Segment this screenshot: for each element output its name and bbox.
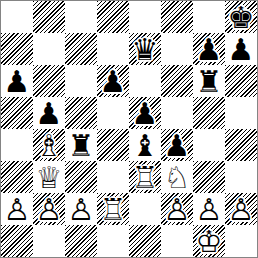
square-g6[interactable]: ♜♜ [193, 65, 225, 97]
square-d5[interactable] [97, 97, 129, 129]
square-d1[interactable] [97, 225, 129, 257]
black-pawn-halo: ♟ [97, 65, 129, 97]
square-b8[interactable] [33, 1, 65, 33]
square-b4[interactable]: ♝♗ [33, 129, 65, 161]
square-e3[interactable]: ♜♖ [129, 161, 161, 193]
square-d3[interactable] [97, 161, 129, 193]
white-knight-icon: ♘ [161, 161, 193, 193]
white-rook-icon: ♖ [129, 161, 161, 193]
black-pawn-icon: ♟ [97, 65, 129, 97]
square-f7[interactable] [161, 33, 193, 65]
white-pawn-icon: ♙ [193, 193, 225, 225]
black-rook-icon: ♜ [193, 65, 225, 97]
square-c5[interactable] [65, 97, 97, 129]
black-rook-halo: ♜ [193, 65, 225, 97]
square-g4[interactable] [193, 129, 225, 161]
square-a3[interactable] [1, 161, 33, 193]
black-king-icon: ♚ [225, 1, 257, 33]
square-h1[interactable] [225, 225, 257, 257]
square-b2[interactable]: ♟♙ [33, 193, 65, 225]
square-c4[interactable]: ♜♜ [65, 129, 97, 161]
square-d7[interactable] [97, 33, 129, 65]
black-pawn-halo: ♟ [193, 33, 225, 65]
square-a2[interactable]: ♟♙ [1, 193, 33, 225]
square-c3[interactable] [65, 161, 97, 193]
square-h8[interactable]: ♚♚ [225, 1, 257, 33]
square-f1[interactable] [161, 225, 193, 257]
square-g1[interactable]: ♚♔ [193, 225, 225, 257]
chess-board-frame: ♚♚♛♛♟♟♟♟♟♟♟♟♜♜♟♟♟♟♝♗♜♜♝♝♟♟♛♕♜♖♞♘♟♙♟♙♟♙♜♖… [0, 0, 258, 258]
white-rook-halo: ♜ [97, 193, 129, 225]
white-rook-icon: ♖ [97, 193, 129, 225]
square-d8[interactable] [97, 1, 129, 33]
black-pawn-icon: ♟ [129, 97, 161, 129]
black-pawn-icon: ♟ [193, 33, 225, 65]
square-h7[interactable]: ♟♟ [225, 33, 257, 65]
square-c7[interactable] [65, 33, 97, 65]
white-pawn-icon: ♙ [1, 193, 33, 225]
white-bishop-halo: ♝ [33, 129, 65, 161]
square-c6[interactable] [65, 65, 97, 97]
black-pawn-icon: ♟ [33, 97, 65, 129]
white-pawn-halo: ♟ [65, 193, 97, 225]
square-e4[interactable]: ♝♝ [129, 129, 161, 161]
black-pawn-halo: ♟ [225, 33, 257, 65]
black-pawn-icon: ♟ [225, 33, 257, 65]
square-a5[interactable] [1, 97, 33, 129]
square-f5[interactable] [161, 97, 193, 129]
white-pawn-halo: ♟ [193, 193, 225, 225]
square-d6[interactable]: ♟♟ [97, 65, 129, 97]
black-rook-icon: ♜ [65, 129, 97, 161]
white-king-icon: ♔ [193, 225, 225, 257]
square-a1[interactable] [1, 225, 33, 257]
square-f2[interactable]: ♟♙ [161, 193, 193, 225]
square-d4[interactable] [97, 129, 129, 161]
square-e8[interactable] [129, 1, 161, 33]
square-h4[interactable] [225, 129, 257, 161]
black-king-halo: ♚ [225, 1, 257, 33]
square-c1[interactable] [65, 225, 97, 257]
white-pawn-halo: ♟ [33, 193, 65, 225]
square-e6[interactable] [129, 65, 161, 97]
black-bishop-icon: ♝ [129, 129, 161, 161]
black-rook-halo: ♜ [65, 129, 97, 161]
black-queen-icon: ♛ [129, 33, 161, 65]
square-b1[interactable] [33, 225, 65, 257]
white-pawn-icon: ♙ [65, 193, 97, 225]
square-e2[interactable] [129, 193, 161, 225]
black-pawn-icon: ♟ [161, 129, 193, 161]
white-pawn-halo: ♟ [1, 193, 33, 225]
white-knight-halo: ♞ [161, 161, 193, 193]
chess-board: ♚♚♛♛♟♟♟♟♟♟♟♟♜♜♟♟♟♟♝♗♜♜♝♝♟♟♛♕♜♖♞♘♟♙♟♙♟♙♜♖… [1, 1, 257, 257]
white-pawn-halo: ♟ [225, 193, 257, 225]
square-b3[interactable]: ♛♕ [33, 161, 65, 193]
black-bishop-halo: ♝ [129, 129, 161, 161]
square-h2[interactable]: ♟♙ [225, 193, 257, 225]
square-e7[interactable]: ♛♛ [129, 33, 161, 65]
white-queen-halo: ♛ [33, 161, 65, 193]
black-pawn-halo: ♟ [33, 97, 65, 129]
square-g8[interactable] [193, 1, 225, 33]
white-queen-icon: ♕ [33, 161, 65, 193]
black-pawn-halo: ♟ [1, 65, 33, 97]
black-queen-halo: ♛ [129, 33, 161, 65]
white-bishop-icon: ♗ [33, 129, 65, 161]
square-g3[interactable] [193, 161, 225, 193]
white-pawn-icon: ♙ [225, 193, 257, 225]
square-h5[interactable] [225, 97, 257, 129]
square-g7[interactable]: ♟♟ [193, 33, 225, 65]
white-rook-halo: ♜ [129, 161, 161, 193]
square-f6[interactable] [161, 65, 193, 97]
white-pawn-icon: ♙ [33, 193, 65, 225]
square-h3[interactable] [225, 161, 257, 193]
square-b6[interactable] [33, 65, 65, 97]
square-e5[interactable]: ♟♟ [129, 97, 161, 129]
square-f4[interactable]: ♟♟ [161, 129, 193, 161]
square-a7[interactable] [1, 33, 33, 65]
square-g5[interactable] [193, 97, 225, 129]
black-pawn-halo: ♟ [129, 97, 161, 129]
square-g2[interactable]: ♟♙ [193, 193, 225, 225]
square-b5[interactable]: ♟♟ [33, 97, 65, 129]
square-f3[interactable]: ♞♘ [161, 161, 193, 193]
square-h6[interactable] [225, 65, 257, 97]
square-a4[interactable] [1, 129, 33, 161]
white-pawn-halo: ♟ [161, 193, 193, 225]
square-e1[interactable] [129, 225, 161, 257]
square-d2[interactable]: ♜♖ [97, 193, 129, 225]
square-a8[interactable] [1, 1, 33, 33]
black-pawn-icon: ♟ [1, 65, 33, 97]
square-c2[interactable]: ♟♙ [65, 193, 97, 225]
white-king-halo: ♚ [193, 225, 225, 257]
white-pawn-icon: ♙ [161, 193, 193, 225]
black-pawn-halo: ♟ [161, 129, 193, 161]
square-c8[interactable] [65, 1, 97, 33]
square-b7[interactable] [33, 33, 65, 65]
square-f8[interactable] [161, 1, 193, 33]
square-a6[interactable]: ♟♟ [1, 65, 33, 97]
